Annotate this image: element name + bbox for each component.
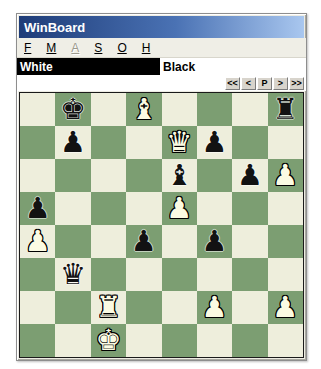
square-g3[interactable] [232, 258, 267, 291]
square-h5[interactable] [268, 192, 303, 225]
black-pawn-piece: ♟ [131, 227, 157, 256]
square-f1[interactable] [197, 324, 232, 357]
square-g4[interactable] [232, 225, 267, 258]
square-h6[interactable]: ♟ [268, 159, 303, 192]
square-h7[interactable] [268, 126, 303, 159]
square-h1[interactable] [268, 324, 303, 357]
square-a6[interactable] [20, 159, 55, 192]
white-king-piece: ♚ [95, 326, 121, 355]
black-pawn-piece: ♟ [60, 128, 86, 157]
square-d5[interactable] [126, 192, 161, 225]
navigation-button-row: <<<P>>> [17, 75, 306, 91]
square-d3[interactable] [126, 258, 161, 291]
square-f7[interactable]: ♟ [197, 126, 232, 159]
square-g6[interactable]: ♟ [232, 159, 267, 192]
white-pawn-piece: ♟ [272, 293, 298, 322]
square-d1[interactable] [126, 324, 161, 357]
black-pawn-piece: ♟ [25, 194, 51, 223]
square-e2[interactable] [162, 291, 197, 324]
square-d2[interactable] [126, 291, 161, 324]
square-d6[interactable] [126, 159, 161, 192]
menu-bar: FMASOH [17, 38, 306, 58]
black-pawn-piece: ♟ [202, 128, 228, 157]
chess-board: ♚♝♜♟♛♟♝♟♟♟♟♟♟♟♛♜♟♟♚ [19, 92, 304, 358]
square-c2[interactable]: ♜ [91, 291, 126, 324]
square-f4[interactable]: ♟ [197, 225, 232, 258]
square-d4[interactable]: ♟ [126, 225, 161, 258]
black-bishop-piece: ♝ [166, 161, 192, 190]
square-c6[interactable] [91, 159, 126, 192]
square-f5[interactable] [197, 192, 232, 225]
menu-item-s[interactable]: S [94, 41, 102, 55]
white-label-text: White [20, 60, 53, 74]
square-e6[interactable]: ♝ [162, 159, 197, 192]
square-h4[interactable] [268, 225, 303, 258]
square-a3[interactable] [20, 258, 55, 291]
square-h8[interactable]: ♜ [268, 93, 303, 126]
step-back-button[interactable]: < [241, 77, 256, 90]
square-f6[interactable] [197, 159, 232, 192]
black-rook-piece: ♜ [272, 95, 298, 124]
square-b2[interactable] [55, 291, 90, 324]
black-queen-piece: ♛ [60, 260, 86, 289]
forward-to-end-button[interactable]: >> [289, 77, 304, 90]
square-a2[interactable] [20, 291, 55, 324]
square-g7[interactable] [232, 126, 267, 159]
square-a8[interactable] [20, 93, 55, 126]
white-bishop-piece: ♝ [131, 95, 157, 124]
menu-item-a: A [71, 41, 79, 55]
square-c4[interactable] [91, 225, 126, 258]
menu-item-f[interactable]: F [24, 41, 31, 55]
square-c1[interactable]: ♚ [91, 324, 126, 357]
square-a5[interactable]: ♟ [20, 192, 55, 225]
square-c8[interactable] [91, 93, 126, 126]
white-queen-piece: ♛ [166, 128, 192, 157]
square-b8[interactable]: ♚ [55, 93, 90, 126]
square-g1[interactable] [232, 324, 267, 357]
square-c3[interactable] [91, 258, 126, 291]
square-f8[interactable] [197, 93, 232, 126]
square-g2[interactable] [232, 291, 267, 324]
square-f3[interactable] [197, 258, 232, 291]
black-king-piece: ♚ [60, 95, 86, 124]
title-bar[interactable]: WinBoard [19, 16, 304, 38]
black-label-text: Black [163, 60, 195, 74]
clock-status-row: White Black [17, 58, 306, 75]
square-c5[interactable] [91, 192, 126, 225]
white-pawn-piece: ♟ [202, 293, 228, 322]
square-b3[interactable]: ♛ [55, 258, 90, 291]
square-d8[interactable]: ♝ [126, 93, 161, 126]
square-e1[interactable] [162, 324, 197, 357]
square-d7[interactable] [126, 126, 161, 159]
white-clock-label: White [17, 58, 160, 75]
square-e5[interactable]: ♟ [162, 192, 197, 225]
window-title: WinBoard [24, 20, 85, 35]
square-b1[interactable] [55, 324, 90, 357]
winboard-window: WinBoard FMASOH White Black <<<P>>> ♚♝♜♟… [16, 13, 307, 361]
square-b7[interactable]: ♟ [55, 126, 90, 159]
menu-item-o[interactable]: O [117, 41, 126, 55]
white-pawn-piece: ♟ [25, 227, 51, 256]
square-b5[interactable] [55, 192, 90, 225]
square-a4[interactable]: ♟ [20, 225, 55, 258]
white-pawn-piece: ♟ [166, 194, 192, 223]
square-g5[interactable] [232, 192, 267, 225]
square-f2[interactable]: ♟ [197, 291, 232, 324]
square-c7[interactable] [91, 126, 126, 159]
board-area: ♚♝♜♟♛♟♝♟♟♟♟♟♟♟♛♜♟♟♚ [19, 92, 304, 358]
step-forward-button[interactable]: > [273, 77, 288, 90]
square-a1[interactable] [20, 324, 55, 357]
square-b4[interactable] [55, 225, 90, 258]
white-rook-piece: ♜ [95, 293, 121, 322]
menu-item-h[interactable]: H [142, 41, 151, 55]
pause-button[interactable]: P [257, 77, 272, 90]
square-e4[interactable] [162, 225, 197, 258]
black-clock-label: Black [160, 58, 306, 75]
square-b6[interactable] [55, 159, 90, 192]
square-a7[interactable] [20, 126, 55, 159]
rewind-to-start-button[interactable]: << [225, 77, 240, 90]
white-pawn-piece: ♟ [272, 161, 298, 190]
black-pawn-piece: ♟ [202, 227, 228, 256]
square-h2[interactable]: ♟ [268, 291, 303, 324]
square-h3[interactable] [268, 258, 303, 291]
square-e8[interactable] [162, 93, 197, 126]
square-g8[interactable] [232, 93, 267, 126]
square-e3[interactable] [162, 258, 197, 291]
menu-item-m[interactable]: M [46, 41, 56, 55]
black-pawn-piece: ♟ [237, 161, 263, 190]
square-e7[interactable]: ♛ [162, 126, 197, 159]
